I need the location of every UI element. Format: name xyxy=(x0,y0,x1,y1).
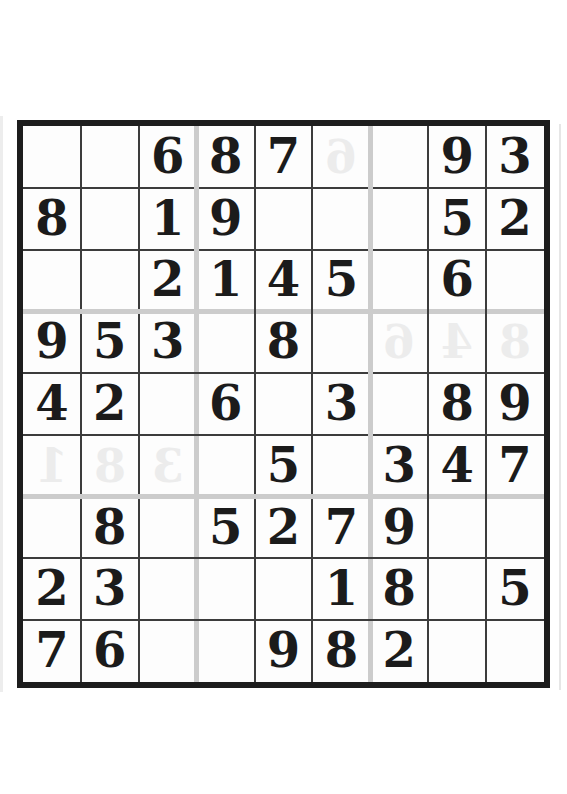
cell-r1c8: 9 xyxy=(428,126,486,188)
cell-r3c4: 1 xyxy=(197,250,255,312)
cell-r8c8[interactable] xyxy=(428,558,486,620)
given-digit: 2 xyxy=(35,564,68,612)
printed-sudoku-page: 6648183687938195221456953842638953478527… xyxy=(0,0,567,794)
cell-r4c8[interactable] xyxy=(428,311,486,373)
cell-r1c3: 6 xyxy=(139,126,197,188)
cell-r3c7[interactable] xyxy=(370,250,428,312)
cell-r6c3[interactable] xyxy=(139,435,197,497)
cell-r4c5: 8 xyxy=(255,311,313,373)
cell-r2c4: 9 xyxy=(197,188,255,250)
cell-r4c9[interactable] xyxy=(486,311,544,373)
given-digit: 5 xyxy=(209,503,242,551)
cell-r1c5: 7 xyxy=(255,126,313,188)
given-digit: 7 xyxy=(325,503,358,551)
given-digit: 8 xyxy=(267,317,300,365)
cell-r5c5[interactable] xyxy=(255,373,313,435)
given-digit: 3 xyxy=(325,379,358,427)
given-digit: 5 xyxy=(93,317,126,365)
cell-r3c2[interactable] xyxy=(81,250,139,312)
given-digit: 8 xyxy=(209,132,242,180)
given-digit: 8 xyxy=(93,503,126,551)
cell-r3c8: 6 xyxy=(428,250,486,312)
cell-r6c2[interactable] xyxy=(81,435,139,497)
given-digit: 7 xyxy=(498,441,531,489)
given-digit: 2 xyxy=(267,503,300,551)
cell-r6c1[interactable] xyxy=(23,435,81,497)
given-digit: 3 xyxy=(498,132,531,180)
cell-r7c8[interactable] xyxy=(428,497,486,559)
given-digit: 4 xyxy=(35,379,68,427)
cell-r5c1: 4 xyxy=(23,373,81,435)
cell-r5c9: 9 xyxy=(486,373,544,435)
given-digit: 7 xyxy=(35,626,68,674)
given-digit: 8 xyxy=(383,564,416,612)
cell-r6c8: 4 xyxy=(428,435,486,497)
cell-r4c6[interactable] xyxy=(312,311,370,373)
cell-r9c3[interactable] xyxy=(139,620,197,682)
cell-r8c2: 3 xyxy=(81,558,139,620)
cell-r5c8: 8 xyxy=(428,373,486,435)
cell-r1c6[interactable] xyxy=(312,126,370,188)
cell-r9c5: 9 xyxy=(255,620,313,682)
given-digit: 9 xyxy=(35,317,68,365)
given-digit: 6 xyxy=(209,379,242,427)
given-digit: 2 xyxy=(151,255,184,303)
cell-r1c2[interactable] xyxy=(81,126,139,188)
given-digit: 8 xyxy=(440,379,473,427)
cell-r8c9: 5 xyxy=(486,558,544,620)
given-digit: 2 xyxy=(498,194,531,242)
given-digit: 8 xyxy=(35,194,68,242)
cell-r1c4: 8 xyxy=(197,126,255,188)
cell-r3c1[interactable] xyxy=(23,250,81,312)
sudoku-board: 6648183687938195221456953842638953478527… xyxy=(17,120,550,688)
given-digit: 9 xyxy=(498,379,531,427)
cell-r9c4[interactable] xyxy=(197,620,255,682)
cell-r4c3: 3 xyxy=(139,311,197,373)
given-digit: 3 xyxy=(383,441,416,489)
cell-r6c5: 5 xyxy=(255,435,313,497)
cell-r7c2: 8 xyxy=(81,497,139,559)
given-digit: 6 xyxy=(440,255,473,303)
given-digit: 8 xyxy=(325,626,358,674)
cell-r9c9[interactable] xyxy=(486,620,544,682)
cell-r2c1: 8 xyxy=(23,188,81,250)
cell-r2c6[interactable] xyxy=(312,188,370,250)
cell-r5c7[interactable] xyxy=(370,373,428,435)
given-digit: 9 xyxy=(267,626,300,674)
given-digit: 1 xyxy=(209,255,242,303)
given-digit: 5 xyxy=(267,441,300,489)
cell-r8c7: 8 xyxy=(370,558,428,620)
cell-r2c7[interactable] xyxy=(370,188,428,250)
cell-r1c9: 3 xyxy=(486,126,544,188)
cell-r5c2: 2 xyxy=(81,373,139,435)
cell-r2c5[interactable] xyxy=(255,188,313,250)
given-digit: 6 xyxy=(93,626,126,674)
cell-r5c3[interactable] xyxy=(139,373,197,435)
cell-r8c3[interactable] xyxy=(139,558,197,620)
given-digit: 3 xyxy=(93,564,126,612)
given-digit: 9 xyxy=(383,503,416,551)
given-digit: 1 xyxy=(151,194,184,242)
sudoku-grid: 6648183687938195221456953842638953478527… xyxy=(23,126,544,682)
cell-r3c6: 5 xyxy=(312,250,370,312)
cell-r8c5[interactable] xyxy=(255,558,313,620)
cell-r3c9[interactable] xyxy=(486,250,544,312)
cell-r4c4[interactable] xyxy=(197,311,255,373)
given-digit: 3 xyxy=(151,317,184,365)
cell-r9c8[interactable] xyxy=(428,620,486,682)
cell-r2c8: 5 xyxy=(428,188,486,250)
cell-r7c5: 2 xyxy=(255,497,313,559)
given-digit: 2 xyxy=(383,626,416,674)
cell-r7c1[interactable] xyxy=(23,497,81,559)
scan-artifact-right-edge xyxy=(559,124,561,690)
cell-r9c2: 6 xyxy=(81,620,139,682)
cell-r6c4[interactable] xyxy=(197,435,255,497)
cell-r3c3: 2 xyxy=(139,250,197,312)
cell-r8c1: 2 xyxy=(23,558,81,620)
given-digit: 9 xyxy=(209,194,242,242)
scan-artifact-left-edge xyxy=(0,116,3,692)
given-digit: 9 xyxy=(440,132,473,180)
cell-r7c3[interactable] xyxy=(139,497,197,559)
cell-r1c1[interactable] xyxy=(23,126,81,188)
given-digit: 5 xyxy=(440,194,473,242)
cell-r5c6: 3 xyxy=(312,373,370,435)
cell-r9c6: 8 xyxy=(312,620,370,682)
cell-r4c2: 5 xyxy=(81,311,139,373)
cell-r7c7: 9 xyxy=(370,497,428,559)
cell-r1c7[interactable] xyxy=(370,126,428,188)
given-digit: 6 xyxy=(151,132,184,180)
cell-r2c3: 1 xyxy=(139,188,197,250)
cell-r9c7: 2 xyxy=(370,620,428,682)
cell-r7c9[interactable] xyxy=(486,497,544,559)
given-digit: 4 xyxy=(267,255,300,303)
cell-r6c6[interactable] xyxy=(312,435,370,497)
given-digit: 1 xyxy=(325,564,358,612)
given-digit: 4 xyxy=(440,441,473,489)
cell-r2c2[interactable] xyxy=(81,188,139,250)
given-digit: 7 xyxy=(267,132,300,180)
cell-r8c4[interactable] xyxy=(197,558,255,620)
cell-r6c9: 7 xyxy=(486,435,544,497)
cell-r7c4: 5 xyxy=(197,497,255,559)
cell-r4c1: 9 xyxy=(23,311,81,373)
cell-r9c1: 7 xyxy=(23,620,81,682)
cell-r8c6: 1 xyxy=(312,558,370,620)
cell-r2c9: 2 xyxy=(486,188,544,250)
cell-r3c5: 4 xyxy=(255,250,313,312)
given-digit: 2 xyxy=(93,379,126,427)
cell-r7c6: 7 xyxy=(312,497,370,559)
cell-r4c7[interactable] xyxy=(370,311,428,373)
cell-r5c4: 6 xyxy=(197,373,255,435)
given-digit: 5 xyxy=(498,564,531,612)
cell-r6c7: 3 xyxy=(370,435,428,497)
given-digit: 5 xyxy=(325,255,358,303)
